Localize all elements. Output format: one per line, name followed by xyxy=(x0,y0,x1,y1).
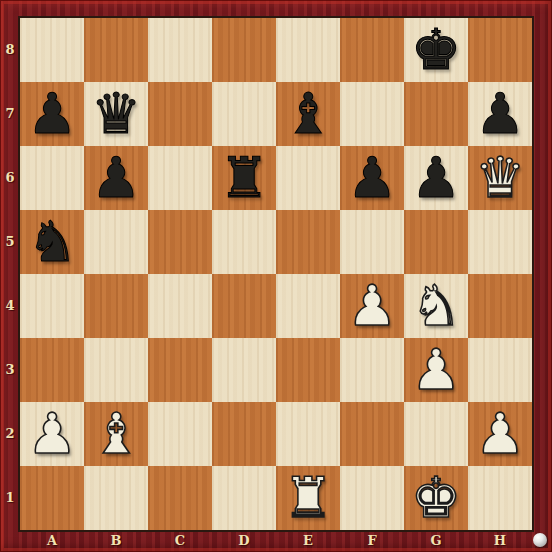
square-d1[interactable] xyxy=(212,466,276,530)
piece-white-bishop[interactable]: ♝ xyxy=(91,406,141,462)
piece-black-pawn[interactable]: ♟ xyxy=(475,86,525,142)
square-h4[interactable] xyxy=(468,274,532,338)
piece-white-queen[interactable]: ♛ xyxy=(475,150,525,206)
piece-white-pawn[interactable]: ♟ xyxy=(475,406,525,462)
piece-black-bishop[interactable]: ♝ xyxy=(283,86,333,142)
square-c5[interactable] xyxy=(148,210,212,274)
piece-white-king[interactable]: ♚ xyxy=(411,470,461,526)
piece-black-pawn[interactable]: ♟ xyxy=(91,150,141,206)
square-h6[interactable]: ♛ xyxy=(468,146,532,210)
file-label-e: E xyxy=(276,531,340,552)
square-g7[interactable] xyxy=(404,82,468,146)
square-a5[interactable]: ♞ xyxy=(20,210,84,274)
square-d8[interactable] xyxy=(212,18,276,82)
square-g1[interactable]: ♚ xyxy=(404,466,468,530)
rank-label-8: 8 xyxy=(0,18,20,82)
file-label-f: F xyxy=(340,531,404,552)
piece-black-queen[interactable]: ♛ xyxy=(91,86,141,142)
piece-black-rook[interactable]: ♜ xyxy=(219,150,269,206)
square-h8[interactable] xyxy=(468,18,532,82)
square-a3[interactable] xyxy=(20,338,84,402)
rank-label-4: 4 xyxy=(0,274,20,338)
square-h1[interactable] xyxy=(468,466,532,530)
square-b4[interactable] xyxy=(84,274,148,338)
file-label-c: C xyxy=(148,531,212,552)
square-e2[interactable] xyxy=(276,402,340,466)
piece-white-knight[interactable]: ♞ xyxy=(411,278,461,334)
piece-white-rook[interactable]: ♜ xyxy=(283,470,333,526)
square-e4[interactable] xyxy=(276,274,340,338)
file-label-h: H xyxy=(468,531,532,552)
square-h5[interactable] xyxy=(468,210,532,274)
square-h2[interactable]: ♟ xyxy=(468,402,532,466)
square-f3[interactable] xyxy=(340,338,404,402)
square-a6[interactable] xyxy=(20,146,84,210)
rank-label-2: 2 xyxy=(0,402,20,466)
square-c8[interactable] xyxy=(148,18,212,82)
square-f2[interactable] xyxy=(340,402,404,466)
square-g6[interactable]: ♟ xyxy=(404,146,468,210)
square-g8[interactable]: ♚ xyxy=(404,18,468,82)
square-b3[interactable] xyxy=(84,338,148,402)
piece-black-pawn[interactable]: ♟ xyxy=(27,86,77,142)
square-f4[interactable]: ♟ xyxy=(340,274,404,338)
chess-board-frame: ♚♟♛♝♟♟♜♟♟♛♞♟♞♟♟♝♟♜♚ 87654321 ABCDEFGH xyxy=(0,0,552,552)
square-h7[interactable]: ♟ xyxy=(468,82,532,146)
piece-black-pawn[interactable]: ♟ xyxy=(411,150,461,206)
square-g4[interactable]: ♞ xyxy=(404,274,468,338)
square-e3[interactable] xyxy=(276,338,340,402)
square-c3[interactable] xyxy=(148,338,212,402)
piece-white-pawn[interactable]: ♟ xyxy=(347,278,397,334)
square-e6[interactable] xyxy=(276,146,340,210)
square-e8[interactable] xyxy=(276,18,340,82)
square-a2[interactable]: ♟ xyxy=(20,402,84,466)
file-label-b: B xyxy=(84,531,148,552)
square-d4[interactable] xyxy=(212,274,276,338)
square-b1[interactable] xyxy=(84,466,148,530)
square-b7[interactable]: ♛ xyxy=(84,82,148,146)
square-d3[interactable] xyxy=(212,338,276,402)
square-f5[interactable] xyxy=(340,210,404,274)
square-a8[interactable] xyxy=(20,18,84,82)
file-label-a: A xyxy=(20,531,84,552)
square-a1[interactable] xyxy=(20,466,84,530)
piece-white-pawn[interactable]: ♟ xyxy=(411,342,461,398)
piece-white-pawn[interactable]: ♟ xyxy=(27,406,77,462)
piece-black-knight[interactable]: ♞ xyxy=(27,214,77,270)
square-c6[interactable] xyxy=(148,146,212,210)
chess-board: ♚♟♛♝♟♟♜♟♟♛♞♟♞♟♟♝♟♜♚ xyxy=(20,18,532,530)
square-g2[interactable] xyxy=(404,402,468,466)
rank-label-1: 1 xyxy=(0,466,20,530)
square-h3[interactable] xyxy=(468,338,532,402)
square-d7[interactable] xyxy=(212,82,276,146)
file-label-d: D xyxy=(212,531,276,552)
square-b6[interactable]: ♟ xyxy=(84,146,148,210)
square-d2[interactable] xyxy=(212,402,276,466)
square-b8[interactable] xyxy=(84,18,148,82)
square-f1[interactable] xyxy=(340,466,404,530)
square-g3[interactable]: ♟ xyxy=(404,338,468,402)
square-f6[interactable]: ♟ xyxy=(340,146,404,210)
square-c1[interactable] xyxy=(148,466,212,530)
white-to-move-indicator xyxy=(533,533,547,547)
square-b5[interactable] xyxy=(84,210,148,274)
rank-label-5: 5 xyxy=(0,210,20,274)
square-b2[interactable]: ♝ xyxy=(84,402,148,466)
rank-label-6: 6 xyxy=(0,146,20,210)
square-e7[interactable]: ♝ xyxy=(276,82,340,146)
square-e5[interactable] xyxy=(276,210,340,274)
square-a4[interactable] xyxy=(20,274,84,338)
rank-label-3: 3 xyxy=(0,338,20,402)
square-a7[interactable]: ♟ xyxy=(20,82,84,146)
square-e1[interactable]: ♜ xyxy=(276,466,340,530)
file-label-g: G xyxy=(404,531,468,552)
rank-label-7: 7 xyxy=(0,82,20,146)
square-f7[interactable] xyxy=(340,82,404,146)
piece-black-pawn[interactable]: ♟ xyxy=(347,150,397,206)
square-g5[interactable] xyxy=(404,210,468,274)
square-f8[interactable] xyxy=(340,18,404,82)
piece-black-king[interactable]: ♚ xyxy=(411,22,461,78)
square-c2[interactable] xyxy=(148,402,212,466)
square-c7[interactable] xyxy=(148,82,212,146)
square-d6[interactable]: ♜ xyxy=(212,146,276,210)
square-d5[interactable] xyxy=(212,210,276,274)
square-c4[interactable] xyxy=(148,274,212,338)
